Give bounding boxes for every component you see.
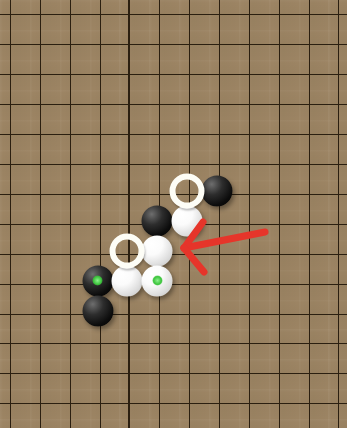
black-stone: [82, 265, 113, 296]
arrow-shaft: [184, 232, 265, 248]
grid-line-vertical: [100, 0, 101, 428]
grid-line-horizontal: [0, 134, 347, 135]
grid-line-horizontal: [0, 254, 347, 255]
grid-line-horizontal: [0, 104, 347, 105]
grid-line-horizontal: [0, 314, 347, 315]
grid-line-horizontal: [0, 284, 347, 285]
white-stone: [172, 205, 203, 236]
grid-line-horizontal: [0, 343, 347, 344]
grid-line-vertical: [309, 0, 310, 428]
white-stone: [142, 265, 173, 296]
circle-marker: [170, 173, 205, 208]
grid-line-vertical: [249, 0, 250, 428]
arrow-barb: [184, 248, 204, 272]
grid-line-horizontal: [0, 403, 347, 404]
grid-line-horizontal: [0, 14, 347, 15]
white-stone: [142, 235, 173, 266]
grid-line-horizontal: [0, 74, 347, 75]
grid-line-horizontal: [0, 44, 347, 45]
white-stone: [112, 265, 143, 296]
grid-line-vertical: [70, 0, 71, 428]
circle-marker: [110, 233, 145, 268]
grid-line-horizontal: [0, 164, 347, 165]
grid-line-vertical: [279, 0, 280, 428]
green-highlight-dot: [152, 276, 162, 286]
green-highlight-dot: [93, 276, 103, 286]
black-stone: [142, 205, 173, 236]
go-board[interactable]: [0, 0, 347, 428]
grid-line-horizontal: [0, 373, 347, 374]
grid-line-vertical: [128, 0, 130, 428]
grid-line-vertical: [219, 0, 220, 428]
go-board-screenshot: [0, 0, 347, 428]
black-stone: [201, 175, 232, 206]
grid-line-vertical: [10, 0, 11, 428]
black-stone: [82, 295, 113, 326]
grid-line-vertical: [338, 0, 339, 428]
grid-line-vertical: [40, 0, 41, 428]
